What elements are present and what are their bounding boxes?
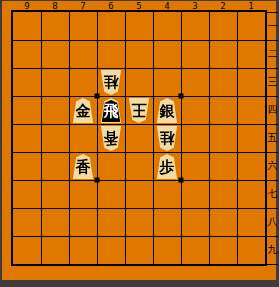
board-cell-9-8[interactable] xyxy=(13,208,41,236)
board-cell-1-2[interactable] xyxy=(237,40,265,68)
board-cell-2-5[interactable] xyxy=(209,124,237,152)
board-cell-2-9[interactable] xyxy=(209,236,237,264)
board-cell-8-6[interactable] xyxy=(41,152,69,180)
board-cell-2-2[interactable] xyxy=(209,40,237,68)
board-cell-9-4[interactable] xyxy=(13,96,41,124)
rank-tick xyxy=(267,236,278,237)
board-cell-7-1[interactable] xyxy=(69,12,97,40)
rank-label-8: 八 xyxy=(267,208,278,236)
rank-tick xyxy=(267,264,278,265)
board-cell-3-3[interactable] xyxy=(181,68,209,96)
board-cell-7-7[interactable] xyxy=(69,180,97,208)
board-cell-3-1[interactable] xyxy=(181,12,209,40)
board-cell-1-7[interactable] xyxy=(237,180,265,208)
rank-labels: 一二三四五六七八九 xyxy=(267,12,278,264)
board-cell-1-3[interactable] xyxy=(237,68,265,96)
board-cell-6-8[interactable] xyxy=(97,208,125,236)
rank-tick xyxy=(267,40,278,41)
star-point xyxy=(179,94,184,99)
board-cell-3-9[interactable] xyxy=(181,236,209,264)
rank-tick xyxy=(267,208,278,209)
board-cell-1-8[interactable] xyxy=(237,208,265,236)
board-cell-4-3[interactable] xyxy=(153,68,181,96)
board-cell-3-4[interactable] xyxy=(181,96,209,124)
board-cell-3-8[interactable] xyxy=(181,208,209,236)
board-cell-2-6[interactable] xyxy=(209,152,237,180)
board-cell-8-3[interactable] xyxy=(41,68,69,96)
board-cell-2-7[interactable] xyxy=(209,180,237,208)
board-cell-5-9[interactable] xyxy=(125,236,153,264)
board-cell-4-8[interactable] xyxy=(153,208,181,236)
piece-kanji: 金 xyxy=(73,100,93,122)
board-cell-2-8[interactable] xyxy=(209,208,237,236)
piece-kanji: 歩 xyxy=(157,156,177,178)
board-cell-6-1[interactable] xyxy=(97,12,125,40)
file-label-2: 2 xyxy=(209,1,237,12)
board-cell-5-5[interactable] xyxy=(125,124,153,152)
piece-kanji: 香 xyxy=(73,156,93,178)
board-cell-9-3[interactable] xyxy=(13,68,41,96)
board-cell-5-6[interactable] xyxy=(125,152,153,180)
board-cell-9-6[interactable] xyxy=(13,152,41,180)
board-cell-5-7[interactable] xyxy=(125,180,153,208)
board-cell-3-2[interactable] xyxy=(181,40,209,68)
board-cell-7-2[interactable] xyxy=(69,40,97,68)
board-cell-4-1[interactable] xyxy=(153,12,181,40)
rank-tick xyxy=(267,96,278,97)
rank-label-1: 一 xyxy=(267,12,278,40)
board-cell-7-8[interactable] xyxy=(69,208,97,236)
rank-label-3: 三 xyxy=(267,68,278,96)
board-cell-5-1[interactable] xyxy=(125,12,153,40)
file-label-1: 1 xyxy=(237,1,265,12)
board-cell-2-4[interactable] xyxy=(209,96,237,124)
rank-label-2: 二 xyxy=(267,40,278,68)
board-cell-9-1[interactable] xyxy=(13,12,41,40)
rank-tick xyxy=(267,152,278,153)
board-cell-8-5[interactable] xyxy=(41,124,69,152)
board-cell-3-7[interactable] xyxy=(181,180,209,208)
rank-tick xyxy=(267,124,278,125)
board-cell-4-9[interactable] xyxy=(153,236,181,264)
board-cell-9-7[interactable] xyxy=(13,180,41,208)
piece-kanji: 王 xyxy=(129,99,149,121)
board-cell-6-6[interactable] xyxy=(97,152,125,180)
rank-label-9: 九 xyxy=(267,236,278,264)
board-cell-8-2[interactable] xyxy=(41,40,69,68)
rank-label-6: 六 xyxy=(267,152,278,180)
board-cell-7-3[interactable] xyxy=(69,68,97,96)
board-cell-8-7[interactable] xyxy=(41,180,69,208)
shogi-window: 987654321 桂金飛王銀香桂香歩 一二三四五六七八九 xyxy=(0,0,279,287)
board-panel: 987654321 桂金飛王銀香桂香歩 一二三四五六七八九 xyxy=(2,1,276,280)
board-cell-1-9[interactable] xyxy=(237,236,265,264)
rank-label-4: 四 xyxy=(267,96,278,124)
shogi-board[interactable]: 桂金飛王銀香桂香歩 xyxy=(13,12,265,264)
piece-kanji: 飛 xyxy=(101,100,121,122)
board-cell-5-8[interactable] xyxy=(125,208,153,236)
board-cell-3-5[interactable] xyxy=(181,124,209,152)
file-label-6: 6 xyxy=(97,1,125,12)
board-cell-5-3[interactable] xyxy=(125,68,153,96)
board-cell-7-9[interactable] xyxy=(69,236,97,264)
file-label-5: 5 xyxy=(125,1,153,12)
board-cell-6-7[interactable] xyxy=(97,180,125,208)
board-cell-8-4[interactable] xyxy=(41,96,69,124)
star-point xyxy=(95,178,100,183)
board-cell-5-2[interactable] xyxy=(125,40,153,68)
board-cell-9-5[interactable] xyxy=(13,124,41,152)
star-point xyxy=(179,178,184,183)
board-cell-2-3[interactable] xyxy=(209,68,237,96)
board-cell-9-9[interactable] xyxy=(13,236,41,264)
rank-label-5: 五 xyxy=(267,124,278,152)
file-label-3: 3 xyxy=(181,1,209,12)
board-cell-1-6[interactable] xyxy=(237,152,265,180)
board-cell-8-9[interactable] xyxy=(41,236,69,264)
board-cell-3-6[interactable] xyxy=(181,152,209,180)
file-labels: 987654321 xyxy=(13,1,265,12)
piece-kanji: 桂 xyxy=(157,127,177,149)
rank-label-7: 七 xyxy=(267,180,278,208)
piece-kanji: 香 xyxy=(101,127,121,149)
file-label-4: 4 xyxy=(153,1,181,12)
board-cell-6-2[interactable] xyxy=(97,40,125,68)
board-cell-8-8[interactable] xyxy=(41,208,69,236)
board-cell-7-5[interactable] xyxy=(69,124,97,152)
rank-tick xyxy=(267,68,278,69)
board-cell-6-9[interactable] xyxy=(97,236,125,264)
piece-kanji: 銀 xyxy=(157,100,177,122)
board-cell-8-1[interactable] xyxy=(41,12,69,40)
star-point xyxy=(95,94,100,99)
board-cell-9-2[interactable] xyxy=(13,40,41,68)
rank-tick xyxy=(267,180,278,181)
board-cell-2-1[interactable] xyxy=(209,12,237,40)
rank-tick xyxy=(267,12,278,13)
piece-kanji: 桂 xyxy=(101,71,121,93)
file-label-8: 8 xyxy=(41,1,69,12)
board-cell-4-7[interactable] xyxy=(153,180,181,208)
board-cell-1-1[interactable] xyxy=(237,12,265,40)
board-cell-1-4[interactable] xyxy=(237,96,265,124)
board-cell-4-2[interactable] xyxy=(153,40,181,68)
file-label-9: 9 xyxy=(13,1,41,12)
file-label-7: 7 xyxy=(69,1,97,12)
board-cell-1-5[interactable] xyxy=(237,124,265,152)
